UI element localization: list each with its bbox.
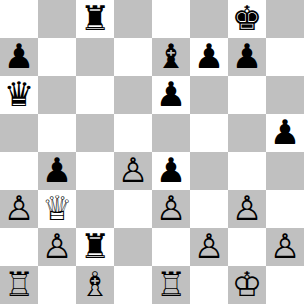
square-h4[interactable] bbox=[266, 152, 304, 190]
square-d6[interactable] bbox=[114, 76, 152, 114]
chess-board: ♜♚♟♝♟♟♛♟♟♟♙♟♙♕♙♙♙♜♙♙♖♗♖♔ bbox=[0, 0, 304, 304]
piece-black-rook: ♜ bbox=[80, 228, 110, 265]
square-e7[interactable]: ♝ bbox=[152, 38, 190, 76]
piece-white-pawn: ♙ bbox=[270, 228, 300, 265]
piece-white-pawn: ♙ bbox=[194, 228, 224, 265]
square-f7[interactable]: ♟ bbox=[190, 38, 228, 76]
square-a7[interactable]: ♟ bbox=[0, 38, 38, 76]
square-h5[interactable]: ♟ bbox=[266, 114, 304, 152]
square-f3[interactable] bbox=[190, 190, 228, 228]
piece-black-pawn: ♟ bbox=[4, 38, 34, 75]
square-f6[interactable] bbox=[190, 76, 228, 114]
square-g1[interactable]: ♔ bbox=[228, 266, 266, 304]
square-a1[interactable]: ♖ bbox=[0, 266, 38, 304]
piece-black-rook: ♜ bbox=[80, 0, 110, 37]
square-c7[interactable] bbox=[76, 38, 114, 76]
piece-white-queen: ♕ bbox=[42, 190, 72, 227]
piece-black-pawn: ♟ bbox=[194, 38, 224, 75]
piece-black-bishop: ♝ bbox=[156, 38, 186, 75]
square-g8[interactable]: ♚ bbox=[228, 0, 266, 38]
piece-black-pawn: ♟ bbox=[270, 114, 300, 151]
square-c5[interactable] bbox=[76, 114, 114, 152]
square-g3[interactable]: ♙ bbox=[228, 190, 266, 228]
square-h3[interactable] bbox=[266, 190, 304, 228]
square-d3[interactable] bbox=[114, 190, 152, 228]
square-e4[interactable]: ♟ bbox=[152, 152, 190, 190]
piece-white-king: ♔ bbox=[232, 266, 262, 303]
piece-black-queen: ♛ bbox=[4, 76, 34, 113]
square-b8[interactable] bbox=[38, 0, 76, 38]
piece-white-pawn: ♙ bbox=[42, 228, 72, 265]
square-a6[interactable]: ♛ bbox=[0, 76, 38, 114]
piece-white-bishop: ♗ bbox=[80, 266, 110, 303]
square-c8[interactable]: ♜ bbox=[76, 0, 114, 38]
square-d4[interactable]: ♙ bbox=[114, 152, 152, 190]
square-g4[interactable] bbox=[228, 152, 266, 190]
square-d7[interactable] bbox=[114, 38, 152, 76]
square-e6[interactable]: ♟ bbox=[152, 76, 190, 114]
square-b6[interactable] bbox=[38, 76, 76, 114]
square-d8[interactable] bbox=[114, 0, 152, 38]
square-e2[interactable] bbox=[152, 228, 190, 266]
square-a4[interactable] bbox=[0, 152, 38, 190]
square-d5[interactable] bbox=[114, 114, 152, 152]
square-h8[interactable] bbox=[266, 0, 304, 38]
square-f4[interactable] bbox=[190, 152, 228, 190]
piece-black-pawn: ♟ bbox=[156, 152, 186, 189]
square-b7[interactable] bbox=[38, 38, 76, 76]
square-g6[interactable] bbox=[228, 76, 266, 114]
square-b2[interactable]: ♙ bbox=[38, 228, 76, 266]
square-e3[interactable]: ♙ bbox=[152, 190, 190, 228]
square-f1[interactable] bbox=[190, 266, 228, 304]
piece-black-pawn: ♟ bbox=[232, 38, 262, 75]
square-f8[interactable] bbox=[190, 0, 228, 38]
square-c1[interactable]: ♗ bbox=[76, 266, 114, 304]
square-c2[interactable]: ♜ bbox=[76, 228, 114, 266]
square-g5[interactable] bbox=[228, 114, 266, 152]
piece-white-pawn: ♙ bbox=[4, 190, 34, 227]
piece-black-pawn: ♟ bbox=[42, 152, 72, 189]
piece-black-king: ♚ bbox=[232, 0, 262, 37]
square-h6[interactable] bbox=[266, 76, 304, 114]
square-e1[interactable]: ♖ bbox=[152, 266, 190, 304]
square-g2[interactable] bbox=[228, 228, 266, 266]
piece-white-pawn: ♙ bbox=[156, 190, 186, 227]
square-f5[interactable] bbox=[190, 114, 228, 152]
piece-white-pawn: ♙ bbox=[232, 190, 262, 227]
square-c4[interactable] bbox=[76, 152, 114, 190]
square-a2[interactable] bbox=[0, 228, 38, 266]
square-c6[interactable] bbox=[76, 76, 114, 114]
piece-black-pawn: ♟ bbox=[156, 76, 186, 113]
square-b3[interactable]: ♕ bbox=[38, 190, 76, 228]
square-g7[interactable]: ♟ bbox=[228, 38, 266, 76]
piece-white-rook: ♖ bbox=[4, 266, 34, 303]
square-d1[interactable] bbox=[114, 266, 152, 304]
square-h2[interactable]: ♙ bbox=[266, 228, 304, 266]
square-a3[interactable]: ♙ bbox=[0, 190, 38, 228]
square-d2[interactable] bbox=[114, 228, 152, 266]
square-b5[interactable] bbox=[38, 114, 76, 152]
square-c3[interactable] bbox=[76, 190, 114, 228]
square-a5[interactable] bbox=[0, 114, 38, 152]
square-b4[interactable]: ♟ bbox=[38, 152, 76, 190]
square-a8[interactable] bbox=[0, 0, 38, 38]
square-f2[interactable]: ♙ bbox=[190, 228, 228, 266]
square-e5[interactable] bbox=[152, 114, 190, 152]
square-e8[interactable] bbox=[152, 0, 190, 38]
square-h7[interactable] bbox=[266, 38, 304, 76]
piece-white-rook: ♖ bbox=[156, 266, 186, 303]
piece-white-pawn: ♙ bbox=[118, 152, 148, 189]
square-h1[interactable] bbox=[266, 266, 304, 304]
square-b1[interactable] bbox=[38, 266, 76, 304]
